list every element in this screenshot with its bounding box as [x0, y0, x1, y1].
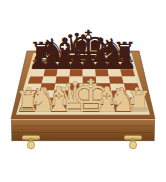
piece-black-pawn-h7[interactable]: ♟: [116, 48, 137, 74]
chess-pieces: ♜♞♝♛♚♝♞♜♟♟♟♟♟♟♟♟♟♟♟♟♟♟♟♟♜♞♝♛♚♝♞♜: [15, 21, 152, 122]
piece-white-rook-h1[interactable]: ♜: [126, 85, 151, 118]
product-photo-chess-set: ♜♞♝♛♚♝♞♜♟♟♟♟♟♟♟♟♟♟♟♟♟♟♟♟♜♞♝♛♚♝♞♜: [0, 0, 166, 182]
chess-set-scene: ♜♞♝♛♚♝♞♜♟♟♟♟♟♟♟♟♟♟♟♟♟♟♟♟♜♞♝♛♚♝♞♜: [0, 0, 166, 182]
